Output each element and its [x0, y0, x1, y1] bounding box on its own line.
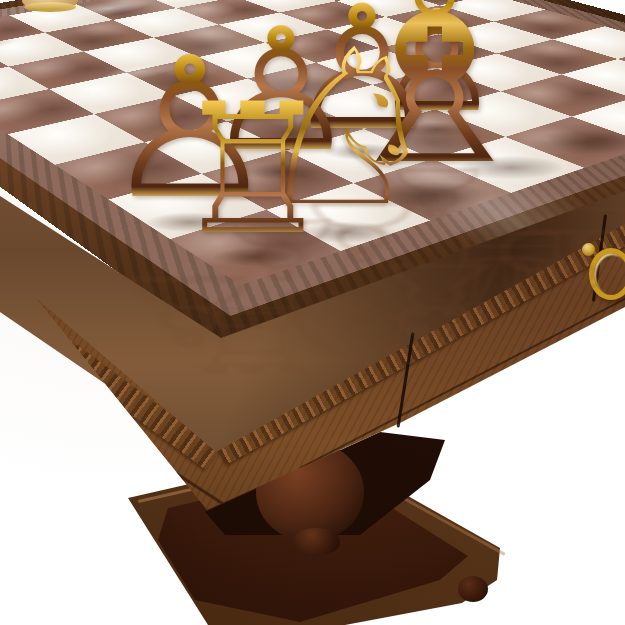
rook-glyph: ♖ [172, 80, 333, 260]
piece-reflection: ♖ [172, 293, 333, 383]
bun-foot [458, 576, 488, 602]
photo-scene: ♙♙♔♔♙♙♕♕♙♙♗♗♘♘♙♙♖♖ [0, 0, 625, 625]
piece-gold-ring [24, 2, 76, 12]
pedestal-foot [292, 528, 340, 554]
